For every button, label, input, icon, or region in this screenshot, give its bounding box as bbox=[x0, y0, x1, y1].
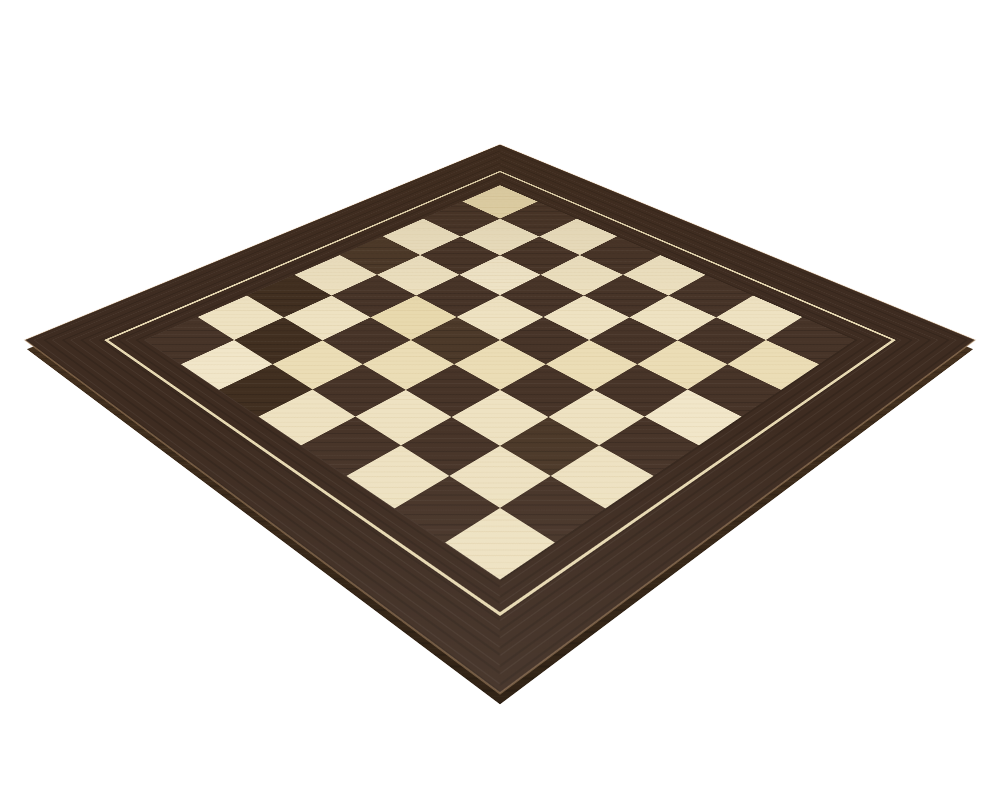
chess-board bbox=[25, 144, 975, 693]
playing-field bbox=[145, 185, 855, 579]
board-top-face bbox=[25, 144, 975, 693]
product-photo bbox=[0, 0, 1000, 800]
perspective-stage bbox=[0, 0, 1000, 800]
